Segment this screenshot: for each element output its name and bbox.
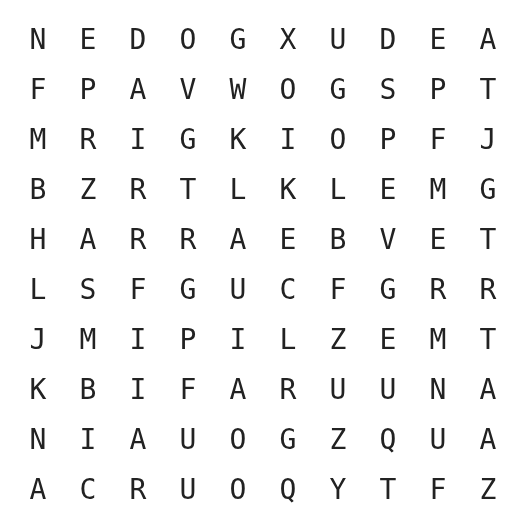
grid-cell-r3c6[interactable]: I <box>263 115 313 165</box>
grid-cell-r2c1[interactable]: F <box>13 65 63 115</box>
grid-cell-r9c1[interactable]: N <box>13 415 63 465</box>
grid-cell-r9c5[interactable]: O <box>213 415 263 465</box>
grid-cell-r6c1[interactable]: L <box>13 265 63 315</box>
grid-cell-r2c10[interactable]: T <box>463 65 513 115</box>
grid-cell-r9c2[interactable]: I <box>63 415 113 465</box>
grid-cell-r8c7[interactable]: U <box>313 365 363 415</box>
grid-cell-r5c4[interactable]: R <box>163 215 213 265</box>
grid-cell-r5c3[interactable]: R <box>113 215 163 265</box>
grid-cell-r4c7[interactable]: L <box>313 165 363 215</box>
grid-cell-r1c9[interactable]: E <box>413 15 463 65</box>
grid-cell-r10c6[interactable]: Q <box>263 465 313 515</box>
grid-cell-r6c5[interactable]: U <box>213 265 263 315</box>
grid-cell-r9c9[interactable]: U <box>413 415 463 465</box>
grid-cell-r10c4[interactable]: U <box>163 465 213 515</box>
grid-cell-r2c9[interactable]: P <box>413 65 463 115</box>
grid-cell-r5c9[interactable]: E <box>413 215 463 265</box>
grid-cell-r6c10[interactable]: R <box>463 265 513 315</box>
grid-cell-r9c8[interactable]: Q <box>363 415 413 465</box>
grid-cell-r1c1[interactable]: N <box>13 15 63 65</box>
grid-cell-r6c7[interactable]: F <box>313 265 363 315</box>
grid-cell-r2c5[interactable]: W <box>213 65 263 115</box>
grid-cell-r1c3[interactable]: D <box>113 15 163 65</box>
grid-cell-r8c2[interactable]: B <box>63 365 113 415</box>
grid-cell-r4c9[interactable]: M <box>413 165 463 215</box>
grid-cell-r4c6[interactable]: K <box>263 165 313 215</box>
grid-cell-r9c4[interactable]: U <box>163 415 213 465</box>
grid-cell-r4c2[interactable]: Z <box>63 165 113 215</box>
grid-cell-r7c3[interactable]: I <box>113 315 163 365</box>
grid-cell-r4c3[interactable]: R <box>113 165 163 215</box>
grid-cell-r7c8[interactable]: E <box>363 315 413 365</box>
grid-cell-r10c3[interactable]: R <box>113 465 163 515</box>
grid-cell-r7c1[interactable]: J <box>13 315 63 365</box>
grid-cell-r8c6[interactable]: R <box>263 365 313 415</box>
grid-cell-r7c6[interactable]: L <box>263 315 313 365</box>
grid-cell-r2c4[interactable]: V <box>163 65 213 115</box>
grid-cell-r9c3[interactable]: A <box>113 415 163 465</box>
grid-cell-r10c5[interactable]: O <box>213 465 263 515</box>
grid-cell-r10c1[interactable]: A <box>13 465 63 515</box>
grid-cell-r5c5[interactable]: A <box>213 215 263 265</box>
grid-cell-r3c5[interactable]: K <box>213 115 263 165</box>
grid-cell-r7c4[interactable]: P <box>163 315 213 365</box>
grid-cell-r4c10[interactable]: G <box>463 165 513 215</box>
grid-cell-r6c8[interactable]: G <box>363 265 413 315</box>
grid-cell-r1c7[interactable]: U <box>313 15 363 65</box>
grid-cell-r9c10[interactable]: A <box>463 415 513 465</box>
grid-cell-r10c7[interactable]: Y <box>313 465 363 515</box>
grid-cell-r1c8[interactable]: D <box>363 15 413 65</box>
grid-cell-r2c3[interactable]: A <box>113 65 163 115</box>
grid-cell-r3c1[interactable]: M <box>13 115 63 165</box>
grid-cell-r2c8[interactable]: S <box>363 65 413 115</box>
grid-cell-r10c9[interactable]: F <box>413 465 463 515</box>
grid-cell-r4c4[interactable]: T <box>163 165 213 215</box>
word-search-grid: NEDOGXUDEAFPAVWOGSPTMRIGKIOPFJBZRTLKLEMG… <box>13 15 513 515</box>
grid-cell-r1c5[interactable]: G <box>213 15 263 65</box>
grid-cell-r8c1[interactable]: K <box>13 365 63 415</box>
grid-cell-r10c8[interactable]: T <box>363 465 413 515</box>
grid-cell-r8c8[interactable]: U <box>363 365 413 415</box>
grid-cell-r8c5[interactable]: A <box>213 365 263 415</box>
grid-cell-r3c9[interactable]: F <box>413 115 463 165</box>
grid-cell-r5c2[interactable]: A <box>63 215 113 265</box>
grid-cell-r3c4[interactable]: G <box>163 115 213 165</box>
grid-cell-r7c9[interactable]: M <box>413 315 463 365</box>
grid-cell-r1c2[interactable]: E <box>63 15 113 65</box>
grid-cell-r6c2[interactable]: S <box>63 265 113 315</box>
grid-cell-r9c6[interactable]: G <box>263 415 313 465</box>
grid-cell-r3c3[interactable]: I <box>113 115 163 165</box>
grid-cell-r3c8[interactable]: P <box>363 115 413 165</box>
grid-cell-r8c9[interactable]: N <box>413 365 463 415</box>
grid-cell-r3c2[interactable]: R <box>63 115 113 165</box>
grid-cell-r6c4[interactable]: G <box>163 265 213 315</box>
grid-cell-r10c2[interactable]: C <box>63 465 113 515</box>
grid-cell-r5c10[interactable]: T <box>463 215 513 265</box>
grid-cell-r8c10[interactable]: A <box>463 365 513 415</box>
grid-cell-r9c7[interactable]: Z <box>313 415 363 465</box>
grid-cell-r5c6[interactable]: E <box>263 215 313 265</box>
grid-cell-r10c10[interactable]: Z <box>463 465 513 515</box>
grid-cell-r1c4[interactable]: O <box>163 15 213 65</box>
grid-cell-r7c10[interactable]: T <box>463 315 513 365</box>
grid-cell-r5c7[interactable]: B <box>313 215 363 265</box>
grid-cell-r2c2[interactable]: P <box>63 65 113 115</box>
grid-cell-r2c6[interactable]: O <box>263 65 313 115</box>
grid-cell-r6c3[interactable]: F <box>113 265 163 315</box>
grid-cell-r7c2[interactable]: M <box>63 315 113 365</box>
grid-cell-r4c8[interactable]: E <box>363 165 413 215</box>
grid-cell-r3c10[interactable]: J <box>463 115 513 165</box>
grid-cell-r7c5[interactable]: I <box>213 315 263 365</box>
grid-cell-r5c8[interactable]: V <box>363 215 413 265</box>
grid-cell-r4c5[interactable]: L <box>213 165 263 215</box>
grid-cell-r1c6[interactable]: X <box>263 15 313 65</box>
grid-cell-r6c9[interactable]: R <box>413 265 463 315</box>
grid-cell-r6c6[interactable]: C <box>263 265 313 315</box>
grid-cell-r8c4[interactable]: F <box>163 365 213 415</box>
grid-cell-r3c7[interactable]: O <box>313 115 363 165</box>
grid-cell-r8c3[interactable]: I <box>113 365 163 415</box>
grid-cell-r7c7[interactable]: Z <box>313 315 363 365</box>
grid-cell-r4c1[interactable]: B <box>13 165 63 215</box>
grid-cell-r5c1[interactable]: H <box>13 215 63 265</box>
grid-cell-r2c7[interactable]: G <box>313 65 363 115</box>
grid-cell-r1c10[interactable]: A <box>463 15 513 65</box>
